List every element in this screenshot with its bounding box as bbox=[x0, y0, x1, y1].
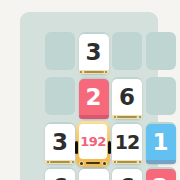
card-value: 1 bbox=[146, 124, 176, 160]
card-12[interactable]: 12 bbox=[112, 124, 142, 164]
card-value: 3 bbox=[79, 34, 109, 70]
card-lip-face bbox=[112, 115, 142, 119]
card-value: 2 bbox=[79, 79, 109, 115]
card-3[interactable]: 3 bbox=[79, 34, 109, 74]
card-value: 48 bbox=[79, 169, 109, 180]
card-lip bbox=[146, 160, 176, 164]
cell-r1-c3 bbox=[146, 77, 176, 115]
card-6[interactable]: 6 bbox=[112, 169, 142, 180]
card-right-arm bbox=[108, 141, 111, 154]
cell-r1-c0 bbox=[45, 77, 75, 115]
card-face-left-eye bbox=[80, 162, 83, 165]
card-2[interactable]: 2 bbox=[146, 169, 176, 180]
card-lip-face bbox=[45, 160, 75, 164]
card-value: 6 bbox=[112, 169, 142, 180]
card-value: 2 bbox=[146, 169, 176, 180]
game-board[interactable]: 3 2 6 3 192 12 1 bbox=[20, 12, 158, 180]
card-3[interactable]: 3 bbox=[45, 124, 75, 164]
card-6[interactable]: 6 bbox=[45, 169, 75, 180]
cell-r0-c3 bbox=[146, 32, 176, 70]
card-value: 3 bbox=[45, 124, 75, 160]
cell-r0-c2 bbox=[112, 32, 142, 70]
cell-r0-c0 bbox=[45, 32, 75, 70]
card-value: 12 bbox=[112, 124, 142, 160]
card-left-arm bbox=[75, 141, 78, 154]
card-2[interactable]: 2 bbox=[79, 79, 109, 119]
card-48[interactable]: 48 bbox=[79, 169, 109, 180]
card-value: 6 bbox=[112, 79, 142, 115]
card-lip-face bbox=[79, 70, 109, 74]
card-6[interactable]: 6 bbox=[112, 79, 142, 119]
card-lip bbox=[79, 115, 109, 119]
card-value: 6 bbox=[45, 169, 75, 180]
card-192-highest[interactable]: 192 bbox=[76, 121, 110, 167]
card-value: 192 bbox=[79, 124, 107, 159]
threes-game-screen: 3 2 6 3 192 12 1 bbox=[0, 0, 180, 180]
card-face-right-eye bbox=[103, 162, 106, 165]
card-face-mouth bbox=[86, 162, 100, 164]
card-1[interactable]: 1 bbox=[146, 124, 176, 164]
card-lip-face bbox=[112, 160, 142, 164]
